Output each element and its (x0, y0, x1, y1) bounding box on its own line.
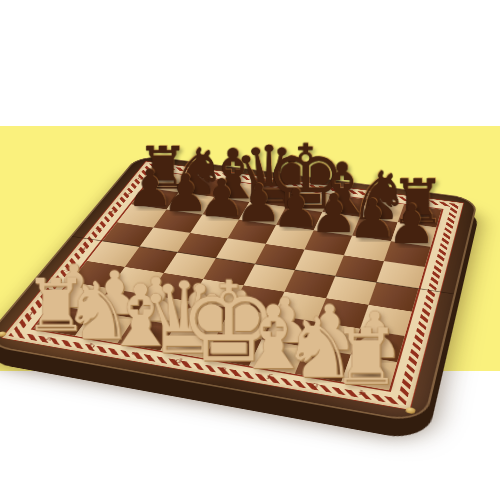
board-grid: ♜♞♝♛♚♝♞♜♟♟♟♟♟♟♟♟♟♟♟♟♟♟♟♟♜♞♝♛♚♝♞♜ (34, 172, 442, 391)
square-h1: ♜ (341, 354, 397, 390)
playing-area: ♜♞♝♛♚♝♞♜♟♟♟♟♟♟♟♟♟♟♟♟♟♟♟♟♜♞♝♛♚♝♞♜ (31, 171, 444, 392)
product-photo: abcdefgh 87654321 ♜♞♝♛♚♝♞♜♟♟♟♟♟♟♟♟♟♟♟♟♟♟… (0, 0, 500, 500)
walnut-frame: abcdefgh 87654321 ♜♞♝♛♚♝♞♜♟♟♟♟♟♟♟♟♟♟♟♟♟♟… (0, 155, 479, 425)
square-f6 (305, 230, 353, 255)
square-f5 (295, 250, 344, 277)
chess-board: abcdefgh 87654321 ♜♞♝♛♚♝♞♜♟♟♟♟♟♟♟♟♟♟♟♟♟♟… (0, 155, 479, 425)
square-h7: ♟ (391, 222, 436, 246)
board-scene: abcdefgh 87654321 ♜♞♝♛♚♝♞♜♟♟♟♟♟♟♟♟♟♟♟♟♟♟… (0, 0, 500, 500)
